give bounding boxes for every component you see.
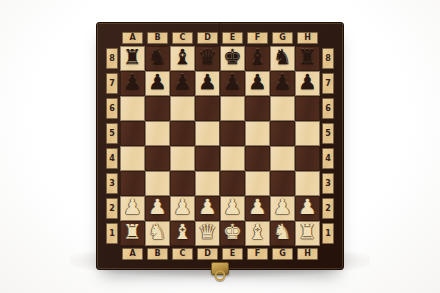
square-e2[interactable]: ♟	[220, 196, 245, 221]
piece-black-king: ♚	[223, 47, 242, 68]
square-b8[interactable]: ♞	[145, 46, 170, 71]
square-a2[interactable]: ♟	[120, 196, 145, 221]
rank-label-7-left: 7	[106, 73, 118, 94]
rank-label-6-right: 6	[322, 98, 334, 119]
square-b3[interactable]	[145, 171, 170, 196]
square-h7[interactable]: ♟	[295, 71, 320, 96]
rank-label-1-right: 1	[322, 223, 334, 244]
file-label-a-top: A	[122, 32, 143, 44]
square-d7[interactable]: ♟	[195, 71, 220, 96]
frame-corner	[320, 30, 336, 46]
piece-white-knight: ♞	[148, 222, 167, 243]
piece-white-bishop: ♝	[248, 222, 267, 243]
square-f2[interactable]: ♟	[245, 196, 270, 221]
file-label-a-bottom: A	[122, 248, 143, 260]
piece-black-pawn: ♟	[123, 72, 142, 93]
piece-white-queen: ♛	[198, 222, 217, 243]
square-f7[interactable]: ♟	[245, 71, 270, 96]
piece-white-pawn: ♟	[248, 197, 267, 218]
file-label-c-top: C	[172, 32, 193, 44]
file-label-e-bottom: E	[222, 248, 243, 260]
product-photo: ABCDEFGH8♜♞♝♛♚♝♞♜87♟♟♟♟♟♟♟♟7665544332♟♟♟…	[0, 0, 440, 293]
file-label-d-top: D	[197, 32, 218, 44]
file-label-g-top: G	[272, 32, 293, 44]
square-a6[interactable]	[120, 96, 145, 121]
square-g5[interactable]	[270, 121, 295, 146]
frame-corner	[320, 246, 336, 262]
square-b5[interactable]	[145, 121, 170, 146]
square-h8[interactable]: ♜	[295, 46, 320, 71]
piece-black-pawn: ♟	[248, 72, 267, 93]
square-d1[interactable]: ♛	[195, 221, 220, 246]
board-grid: ABCDEFGH8♜♞♝♛♚♝♞♜87♟♟♟♟♟♟♟♟7665544332♟♟♟…	[104, 30, 336, 262]
file-label-b-top: B	[147, 32, 168, 44]
square-c2[interactable]: ♟	[170, 196, 195, 221]
file-label-h-top: H	[297, 32, 318, 44]
frame-corner	[104, 246, 120, 262]
square-b2[interactable]: ♟	[145, 196, 170, 221]
rank-label-4-left: 4	[106, 148, 118, 169]
piece-black-knight: ♞	[273, 47, 292, 68]
piece-black-pawn: ♟	[298, 72, 317, 93]
square-e6[interactable]	[220, 96, 245, 121]
piece-black-rook: ♜	[298, 47, 317, 68]
square-a7[interactable]: ♟	[120, 71, 145, 96]
square-d6[interactable]	[195, 96, 220, 121]
square-f8[interactable]: ♝	[245, 46, 270, 71]
rank-label-5-left: 5	[106, 123, 118, 144]
square-e4[interactable]	[220, 146, 245, 171]
file-label-e-top: E	[222, 32, 243, 44]
square-b1[interactable]: ♞	[145, 221, 170, 246]
square-b4[interactable]	[145, 146, 170, 171]
square-e5[interactable]	[220, 121, 245, 146]
square-c1[interactable]: ♝	[170, 221, 195, 246]
piece-white-king: ♚	[223, 222, 242, 243]
square-c6[interactable]	[170, 96, 195, 121]
file-label-h-bottom: H	[297, 248, 318, 260]
piece-black-knight: ♞	[148, 47, 167, 68]
square-h4[interactable]	[295, 146, 320, 171]
file-label-d-bottom: D	[197, 248, 218, 260]
piece-black-bishop: ♝	[248, 47, 267, 68]
rank-label-8-right: 8	[322, 48, 334, 69]
square-f4[interactable]	[245, 146, 270, 171]
square-f1[interactable]: ♝	[245, 221, 270, 246]
square-g1[interactable]: ♞	[270, 221, 295, 246]
piece-white-knight: ♞	[273, 222, 292, 243]
brass-latch-icon	[211, 262, 229, 275]
square-f3[interactable]	[245, 171, 270, 196]
square-b7[interactable]: ♟	[145, 71, 170, 96]
piece-white-pawn: ♟	[123, 197, 142, 218]
piece-black-pawn: ♟	[273, 72, 292, 93]
rank-label-6-left: 6	[106, 98, 118, 119]
piece-white-rook: ♜	[123, 222, 142, 243]
rank-label-5-right: 5	[322, 123, 334, 144]
file-label-f-bottom: F	[247, 248, 268, 260]
square-g6[interactable]	[270, 96, 295, 121]
square-d8[interactable]: ♛	[195, 46, 220, 71]
piece-white-pawn: ♟	[173, 197, 192, 218]
square-f6[interactable]	[245, 96, 270, 121]
square-d3[interactable]	[195, 171, 220, 196]
square-a3[interactable]	[120, 171, 145, 196]
piece-black-rook: ♜	[123, 47, 142, 68]
file-label-c-bottom: C	[172, 248, 193, 260]
rank-label-2-right: 2	[322, 198, 334, 219]
piece-black-pawn: ♟	[173, 72, 192, 93]
square-g4[interactable]	[270, 146, 295, 171]
piece-black-pawn: ♟	[148, 72, 167, 93]
piece-black-pawn: ♟	[223, 72, 242, 93]
square-d2[interactable]: ♟	[195, 196, 220, 221]
square-d4[interactable]	[195, 146, 220, 171]
square-h1[interactable]: ♜	[295, 221, 320, 246]
square-e1[interactable]: ♚	[220, 221, 245, 246]
chess-board: ABCDEFGH8♜♞♝♛♚♝♞♜87♟♟♟♟♟♟♟♟7665544332♟♟♟…	[96, 22, 344, 270]
square-a5[interactable]	[120, 121, 145, 146]
piece-white-bishop: ♝	[173, 222, 192, 243]
square-c7[interactable]: ♟	[170, 71, 195, 96]
square-g7[interactable]: ♟	[270, 71, 295, 96]
square-c3[interactable]	[170, 171, 195, 196]
square-a4[interactable]	[120, 146, 145, 171]
square-c5[interactable]	[170, 121, 195, 146]
frame-corner	[104, 30, 120, 46]
square-d5[interactable]	[195, 121, 220, 146]
square-c8[interactable]: ♝	[170, 46, 195, 71]
square-h5[interactable]	[295, 121, 320, 146]
square-g8[interactable]: ♞	[270, 46, 295, 71]
piece-white-pawn: ♟	[148, 197, 167, 218]
file-label-b-bottom: B	[147, 248, 168, 260]
rank-label-1-left: 1	[106, 223, 118, 244]
rank-label-8-left: 8	[106, 48, 118, 69]
piece-black-pawn: ♟	[198, 72, 217, 93]
piece-white-pawn: ♟	[273, 197, 292, 218]
rank-label-4-right: 4	[322, 148, 334, 169]
square-c4[interactable]	[170, 146, 195, 171]
square-g3[interactable]	[270, 171, 295, 196]
file-label-f-top: F	[247, 32, 268, 44]
square-g2[interactable]: ♟	[270, 196, 295, 221]
square-h2[interactable]: ♟	[295, 196, 320, 221]
rank-label-2-left: 2	[106, 198, 118, 219]
piece-white-pawn: ♟	[198, 197, 217, 218]
rank-label-7-right: 7	[322, 73, 334, 94]
square-h3[interactable]	[295, 171, 320, 196]
file-label-g-bottom: G	[272, 248, 293, 260]
square-e7[interactable]: ♟	[220, 71, 245, 96]
square-a8[interactable]: ♜	[120, 46, 145, 71]
square-e8[interactable]: ♚	[220, 46, 245, 71]
piece-black-bishop: ♝	[173, 47, 192, 68]
square-f5[interactable]	[245, 121, 270, 146]
rank-label-3-left: 3	[106, 173, 118, 194]
piece-white-pawn: ♟	[298, 197, 317, 218]
piece-white-rook: ♜	[298, 222, 317, 243]
piece-white-pawn: ♟	[223, 197, 242, 218]
rank-label-3-right: 3	[322, 173, 334, 194]
piece-black-queen: ♛	[198, 47, 217, 68]
square-e3[interactable]	[220, 171, 245, 196]
square-h6[interactable]	[295, 96, 320, 121]
square-b6[interactable]	[145, 96, 170, 121]
square-a1[interactable]: ♜	[120, 221, 145, 246]
